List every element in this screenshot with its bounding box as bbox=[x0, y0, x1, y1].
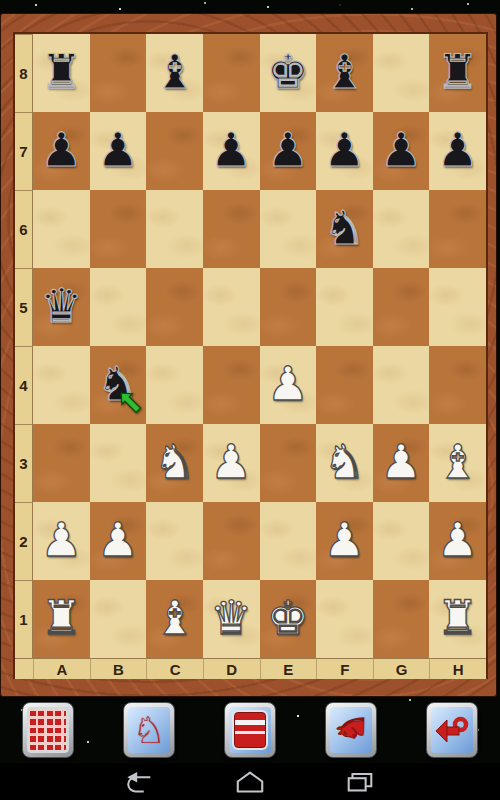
square-a6[interactable] bbox=[33, 190, 90, 268]
square-f2[interactable]: ♟ bbox=[316, 502, 373, 580]
square-c5[interactable] bbox=[146, 268, 203, 346]
square-f1[interactable] bbox=[316, 580, 373, 658]
piece-black-bishop[interactable]: ♝ bbox=[153, 48, 195, 95]
square-a3[interactable] bbox=[33, 424, 90, 502]
square-e3[interactable] bbox=[260, 424, 317, 502]
list-icon bbox=[234, 712, 266, 748]
piece-black-rook[interactable]: ♜ bbox=[437, 48, 479, 95]
square-e4[interactable]: ♟ bbox=[260, 346, 317, 424]
square-h5[interactable] bbox=[429, 268, 486, 346]
piece-black-queen[interactable]: ♛ bbox=[40, 282, 82, 329]
moves-list-button[interactable] bbox=[224, 702, 276, 758]
square-a5[interactable]: ♛ bbox=[33, 268, 90, 346]
square-e2[interactable] bbox=[260, 502, 317, 580]
square-a2[interactable]: ♟ bbox=[33, 502, 90, 580]
recents-icon bbox=[344, 770, 376, 794]
file-label-a: A bbox=[33, 658, 90, 679]
file-label-g: G bbox=[373, 658, 430, 679]
file-label-h: H bbox=[429, 658, 486, 679]
square-e1[interactable]: ♚ bbox=[260, 580, 317, 658]
square-e6[interactable] bbox=[260, 190, 317, 268]
piece-white-bishop[interactable]: ♝ bbox=[153, 594, 195, 641]
square-c3[interactable]: ♞ bbox=[146, 424, 203, 502]
square-h7[interactable]: ♟ bbox=[429, 112, 486, 190]
square-h4[interactable] bbox=[429, 346, 486, 424]
square-b5[interactable] bbox=[90, 268, 147, 346]
square-f4[interactable] bbox=[316, 346, 373, 424]
square-e8[interactable]: ♚ bbox=[260, 34, 317, 112]
square-a4[interactable] bbox=[33, 346, 90, 424]
square-a7[interactable]: ♟ bbox=[33, 112, 90, 190]
square-b7[interactable]: ♟ bbox=[90, 112, 147, 190]
rank-label-3: 3 bbox=[15, 424, 33, 502]
square-c6[interactable] bbox=[146, 190, 203, 268]
square-h1[interactable]: ♜ bbox=[429, 580, 486, 658]
square-b6[interactable] bbox=[90, 190, 147, 268]
square-d3[interactable]: ♟ bbox=[203, 424, 260, 502]
piece-white-knight[interactable]: ♞ bbox=[153, 438, 195, 485]
rank-label-2: 2 bbox=[15, 502, 33, 580]
piece-white-pawn[interactable]: ♟ bbox=[380, 438, 422, 485]
square-b4[interactable]: ♞ bbox=[90, 346, 147, 424]
piece-black-pawn[interactable]: ♟ bbox=[97, 126, 139, 173]
piece-white-pawn[interactable]: ♟ bbox=[97, 516, 139, 563]
square-a8[interactable]: ♜ bbox=[33, 34, 90, 112]
rank-label-5: 5 bbox=[15, 268, 33, 346]
piece-black-pawn[interactable]: ♟ bbox=[210, 126, 252, 173]
square-h8[interactable]: ♜ bbox=[429, 34, 486, 112]
square-d2[interactable] bbox=[203, 502, 260, 580]
square-g1[interactable] bbox=[373, 580, 430, 658]
file-label-d: D bbox=[203, 658, 260, 679]
piece-white-knight[interactable]: ♞ bbox=[323, 438, 365, 485]
board-button[interactable] bbox=[22, 702, 74, 758]
square-c1[interactable]: ♝ bbox=[146, 580, 203, 658]
square-f6[interactable]: ♞ bbox=[316, 190, 373, 268]
file-label-f: F bbox=[316, 658, 373, 679]
square-h6[interactable] bbox=[429, 190, 486, 268]
square-b3[interactable] bbox=[90, 424, 147, 502]
square-f3[interactable]: ♞ bbox=[316, 424, 373, 502]
knight-button[interactable]: ♘ bbox=[123, 702, 175, 758]
undo-arrow-icon bbox=[434, 712, 470, 748]
file-label-c: C bbox=[146, 658, 203, 679]
piece-white-bishop[interactable]: ♝ bbox=[437, 438, 479, 485]
grid-board-icon bbox=[27, 707, 69, 753]
chess-app-screen: 8♜♝♚♝♜7♟♟♟♟♟♟♟6♞5♛4♞♟3♞♟♞♟♝2♟♟♟♟1♜♝♛♚♜AB… bbox=[0, 0, 500, 800]
square-g8[interactable] bbox=[373, 34, 430, 112]
back-button[interactable] bbox=[123, 769, 157, 795]
square-e5[interactable] bbox=[260, 268, 317, 346]
piece-black-bishop[interactable]: ♝ bbox=[323, 48, 365, 95]
recents-button[interactable] bbox=[343, 769, 377, 795]
square-g4[interactable] bbox=[373, 346, 430, 424]
piece-white-queen[interactable]: ♛ bbox=[210, 594, 252, 641]
square-c2[interactable] bbox=[146, 502, 203, 580]
square-f5[interactable] bbox=[316, 268, 373, 346]
board-grid: 8♜♝♚♝♜7♟♟♟♟♟♟♟6♞5♛4♞♟3♞♟♞♟♝2♟♟♟♟1♜♝♛♚♜AB… bbox=[15, 34, 486, 677]
fallen-knight-icon: ♞ bbox=[333, 711, 370, 745]
square-c8[interactable]: ♝ bbox=[146, 34, 203, 112]
piece-black-pawn[interactable]: ♟ bbox=[267, 126, 309, 173]
file-label-e: E bbox=[260, 658, 317, 679]
knight-icon: ♘ bbox=[132, 712, 165, 749]
piece-white-pawn[interactable]: ♟ bbox=[437, 516, 479, 563]
square-d4[interactable] bbox=[203, 346, 260, 424]
square-b1[interactable] bbox=[90, 580, 147, 658]
square-g2[interactable] bbox=[373, 502, 430, 580]
square-d7[interactable]: ♟ bbox=[203, 112, 260, 190]
square-g7[interactable]: ♟ bbox=[373, 112, 430, 190]
square-c4[interactable] bbox=[146, 346, 203, 424]
square-h2[interactable]: ♟ bbox=[429, 502, 486, 580]
file-label-b: B bbox=[90, 658, 147, 679]
back-icon bbox=[124, 770, 156, 794]
rank-label-1: 1 bbox=[15, 580, 33, 658]
piece-white-pawn[interactable]: ♟ bbox=[210, 438, 252, 485]
takeback-button[interactable] bbox=[426, 702, 478, 758]
piece-white-rook[interactable]: ♜ bbox=[437, 594, 479, 641]
square-d8[interactable] bbox=[203, 34, 260, 112]
toolbar: ♘ ♞ bbox=[0, 697, 500, 763]
piece-white-pawn[interactable]: ♟ bbox=[267, 360, 309, 407]
piece-white-pawn[interactable]: ♟ bbox=[323, 516, 365, 563]
square-h3[interactable]: ♝ bbox=[429, 424, 486, 502]
square-d6[interactable] bbox=[203, 190, 260, 268]
square-d5[interactable] bbox=[203, 268, 260, 346]
square-g5[interactable] bbox=[373, 268, 430, 346]
square-e7[interactable]: ♟ bbox=[260, 112, 317, 190]
square-d1[interactable]: ♛ bbox=[203, 580, 260, 658]
rank-label-8: 8 bbox=[15, 34, 33, 112]
resign-button[interactable]: ♞ bbox=[325, 702, 377, 758]
piece-white-king[interactable]: ♚ bbox=[267, 594, 309, 641]
piece-black-pawn[interactable]: ♟ bbox=[380, 126, 422, 173]
piece-black-pawn[interactable]: ♟ bbox=[323, 126, 365, 173]
rank-label-4: 4 bbox=[15, 346, 33, 424]
piece-black-king[interactable]: ♚ bbox=[267, 48, 309, 95]
piece-white-pawn[interactable]: ♟ bbox=[40, 516, 82, 563]
piece-black-pawn[interactable]: ♟ bbox=[40, 126, 82, 173]
piece-white-rook[interactable]: ♜ bbox=[40, 594, 82, 641]
last-move-arrow-icon bbox=[118, 390, 143, 415]
square-f8[interactable]: ♝ bbox=[316, 34, 373, 112]
piece-black-pawn[interactable]: ♟ bbox=[437, 126, 479, 173]
square-f7[interactable]: ♟ bbox=[316, 112, 373, 190]
board-corner-label bbox=[15, 658, 33, 679]
square-b2[interactable]: ♟ bbox=[90, 502, 147, 580]
square-b8[interactable] bbox=[90, 34, 147, 112]
piece-black-knight[interactable]: ♞ bbox=[323, 204, 365, 251]
square-g6[interactable] bbox=[373, 190, 430, 268]
android-navbar bbox=[0, 763, 500, 800]
square-a1[interactable]: ♜ bbox=[33, 580, 90, 658]
rank-label-6: 6 bbox=[15, 190, 33, 268]
rank-label-7: 7 bbox=[15, 112, 33, 190]
square-c7[interactable] bbox=[146, 112, 203, 190]
board-frame: 8♜♝♚♝♜7♟♟♟♟♟♟♟6♞5♛4♞♟3♞♟♞♟♝2♟♟♟♟1♜♝♛♚♜AB… bbox=[0, 13, 497, 697]
piece-black-rook[interactable]: ♜ bbox=[40, 48, 82, 95]
home-icon bbox=[234, 770, 266, 794]
square-g3[interactable]: ♟ bbox=[373, 424, 430, 502]
home-button[interactable] bbox=[233, 769, 267, 795]
